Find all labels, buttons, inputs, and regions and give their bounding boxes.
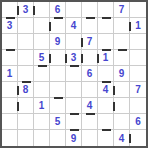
cell-r9c1[interactable] — [2, 130, 18, 146]
cell-r5c4[interactable] — [50, 66, 66, 82]
cell-r3c5[interactable] — [66, 34, 82, 50]
cell-r7c8[interactable] — [114, 98, 130, 114]
cell-r5c3[interactable] — [34, 66, 50, 82]
consecutive-mark-horizontal — [102, 129, 111, 131]
cell-r9c4[interactable] — [50, 130, 66, 146]
cell-r8c6[interactable] — [82, 114, 98, 130]
consecutive-mark-vertical — [17, 6, 19, 15]
cell-r4c5[interactable]: 3 — [66, 50, 82, 66]
cell-r6c9[interactable]: 7 — [130, 82, 146, 98]
cell-r4c2[interactable] — [18, 50, 34, 66]
cell-r8c8[interactable] — [114, 114, 130, 130]
consecutive-mark-vertical — [81, 38, 83, 47]
cell-r4c4[interactable] — [50, 50, 66, 66]
cell-r9c6[interactable] — [82, 130, 98, 146]
cell-r6c4[interactable] — [50, 82, 66, 98]
cell-r9c5[interactable]: 9 — [66, 130, 82, 146]
consecutive-mark-horizontal — [54, 97, 63, 99]
cell-r3c8[interactable] — [114, 34, 130, 50]
cell-r1c8[interactable]: 7 — [114, 2, 130, 18]
cell-r5c5[interactable] — [66, 66, 82, 82]
cell-r1c6[interactable] — [82, 2, 98, 18]
consecutive-mark-horizontal — [118, 49, 127, 51]
cell-r8c7[interactable] — [98, 114, 114, 130]
consecutive-mark-horizontal — [38, 65, 47, 67]
cell-r4c1[interactable] — [2, 50, 18, 66]
consecutive-mark-horizontal — [102, 49, 111, 51]
cell-r5c1[interactable]: 1 — [2, 66, 18, 82]
cell-r1c1[interactable] — [2, 2, 18, 18]
cell-r6c5[interactable] — [66, 82, 82, 98]
cell-r3c6[interactable]: 7 — [82, 34, 98, 50]
consecutive-mark-horizontal — [54, 17, 63, 19]
cell-r9c9[interactable] — [130, 130, 146, 146]
cell-r3c4[interactable]: 9 — [50, 34, 66, 50]
cell-r3c7[interactable] — [98, 34, 114, 50]
consecutive-mark-horizontal — [86, 17, 95, 19]
consecutive-mark-vertical — [129, 134, 131, 143]
consecutive-mark-vertical — [113, 86, 115, 95]
cell-r9c3[interactable] — [34, 130, 50, 146]
consecutive-mark-vertical — [49, 54, 51, 63]
consecutive-mark-horizontal — [70, 65, 79, 67]
cell-r2c3[interactable] — [34, 18, 50, 34]
cell-r9c8[interactable]: 4 — [114, 130, 130, 146]
cell-r2c1[interactable]: 3 — [2, 18, 18, 34]
cell-r1c5[interactable] — [66, 2, 82, 18]
consecutive-mark-vertical — [49, 22, 51, 31]
consecutive-mark-vertical — [33, 6, 35, 15]
cell-r5c8[interactable]: 9 — [114, 66, 130, 82]
consecutive-mark-horizontal — [86, 113, 95, 115]
consecutive-mark-vertical — [113, 102, 115, 111]
cell-r8c2[interactable] — [18, 114, 34, 130]
consecutive-mark-vertical — [81, 54, 83, 63]
consecutive-mark-horizontal — [70, 129, 79, 131]
cell-r7c7[interactable] — [98, 98, 114, 114]
sudoku-board: 36734197531169847145694 — [0, 0, 148, 148]
cell-r8c5[interactable] — [66, 114, 82, 130]
cell-r5c2[interactable] — [18, 66, 34, 82]
cell-r4c3[interactable]: 5 — [34, 50, 50, 66]
cell-r4c6[interactable] — [82, 50, 98, 66]
cell-r5c6[interactable]: 6 — [82, 66, 98, 82]
consecutive-mark-horizontal — [102, 17, 111, 19]
cell-r6c2[interactable]: 8 — [18, 82, 34, 98]
cell-r4c8[interactable] — [114, 50, 130, 66]
cell-r4c9[interactable] — [130, 50, 146, 66]
cell-r3c9[interactable] — [130, 34, 146, 50]
cell-r8c9[interactable]: 6 — [130, 114, 146, 130]
cell-r6c7[interactable]: 4 — [98, 82, 114, 98]
consecutive-mark-horizontal — [70, 113, 79, 115]
cell-r7c6[interactable]: 4 — [82, 98, 98, 114]
consecutive-mark-horizontal — [6, 17, 15, 19]
cell-r4c7[interactable]: 1 — [98, 50, 114, 66]
cell-r1c7[interactable] — [98, 2, 114, 18]
consecutive-mark-horizontal — [22, 81, 31, 83]
cell-r3c1[interactable] — [2, 34, 18, 50]
cell-r7c1[interactable] — [2, 98, 18, 114]
cell-r6c8[interactable] — [114, 82, 130, 98]
cell-r1c9[interactable] — [130, 2, 146, 18]
cell-r2c7[interactable] — [98, 18, 114, 34]
consecutive-mark-horizontal — [6, 49, 15, 51]
cell-r5c7[interactable] — [98, 66, 114, 82]
cell-r6c1[interactable] — [2, 82, 18, 98]
cell-r8c3[interactable] — [34, 114, 50, 130]
consecutive-mark-vertical — [129, 22, 131, 31]
cell-r2c8[interactable] — [114, 18, 130, 34]
cell-r7c3[interactable]: 1 — [34, 98, 50, 114]
cell-r6c6[interactable] — [82, 82, 98, 98]
cell-r8c4[interactable]: 5 — [50, 114, 66, 130]
cell-r2c9[interactable]: 1 — [130, 18, 146, 34]
cell-r2c6[interactable] — [82, 18, 98, 34]
cell-r2c4[interactable] — [50, 18, 66, 34]
consecutive-mark-horizontal — [102, 81, 111, 83]
cell-r5c9[interactable] — [130, 66, 146, 82]
cell-r6c3[interactable] — [34, 82, 50, 98]
cell-r7c2[interactable] — [18, 98, 34, 114]
cell-r9c2[interactable] — [18, 130, 34, 146]
cell-r7c9[interactable] — [130, 98, 146, 114]
consecutive-mark-vertical — [97, 54, 99, 63]
cell-r8c1[interactable] — [2, 114, 18, 130]
cell-r7c5[interactable] — [66, 98, 82, 114]
cell-r7c4[interactable] — [50, 98, 66, 114]
cell-r2c2[interactable] — [18, 18, 34, 34]
cell-r1c2[interactable]: 3 — [18, 2, 34, 18]
cell-r2c5[interactable]: 4 — [66, 18, 82, 34]
consecutive-mark-vertical — [17, 102, 19, 111]
cell-r1c4[interactable]: 6 — [50, 2, 66, 18]
cell-r3c3[interactable] — [34, 34, 50, 50]
consecutive-mark-vertical — [17, 86, 19, 95]
cell-r9c7[interactable] — [98, 130, 114, 146]
consecutive-mark-vertical — [65, 54, 67, 63]
cell-r3c2[interactable] — [18, 34, 34, 50]
cell-r1c3[interactable] — [34, 2, 50, 18]
